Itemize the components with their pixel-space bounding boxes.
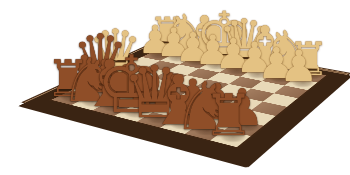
piece-white-pawn-a2[interactable]: ♟ xyxy=(279,45,318,89)
pieces-layer: ♜♞♝♚♛♝♞♜♟♟♟♟♟♟♟♟♛♛♟♟♟♟♟♟♟♟♜♞♝♚♛♝♞♜ xyxy=(0,0,350,175)
chess-set-product-photo: ♜♞♝♚♛♝♞♜♟♟♟♟♟♟♟♟♛♛♟♟♟♟♟♟♟♟♜♞♝♚♛♝♞♜ xyxy=(0,0,350,175)
piece-black-rook-a8[interactable]: ♜ xyxy=(203,88,254,145)
